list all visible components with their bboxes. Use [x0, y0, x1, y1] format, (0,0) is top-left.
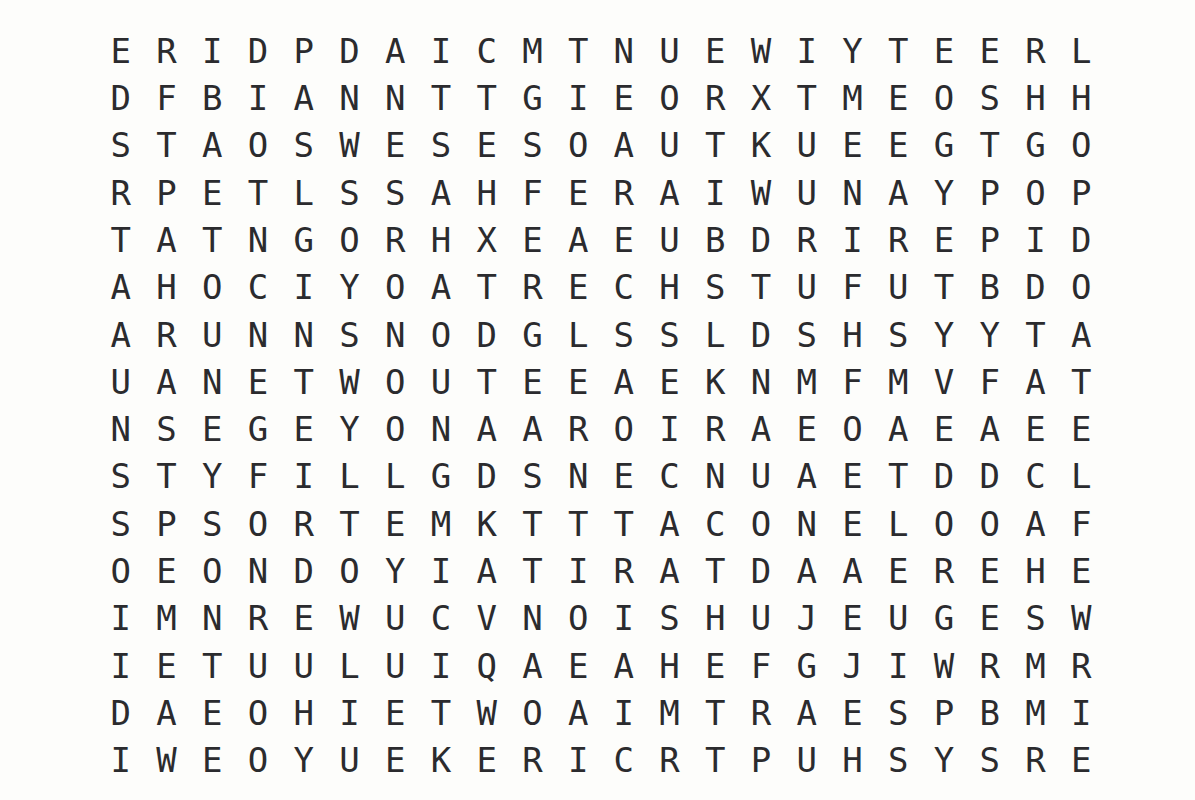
cell-r1-c1[interactable]: E [98, 27, 144, 74]
cell-r16-c11[interactable]: I [555, 737, 601, 784]
cell-r13-c3[interactable]: N [189, 595, 235, 642]
cell-r15-c3[interactable]: E [189, 689, 235, 736]
cell-r4-c12[interactable]: R [601, 169, 647, 216]
cell-r13-c21[interactable]: S [1013, 595, 1059, 642]
cell-r2-c8[interactable]: T [418, 74, 464, 121]
cell-r7-c22[interactable]: A [1058, 311, 1104, 358]
cell-r3-c9[interactable]: E [464, 122, 510, 169]
cell-r9-c16[interactable]: E [784, 406, 830, 453]
cell-r12-c18[interactable]: E [875, 547, 921, 594]
cell-r13-c6[interactable]: W [327, 595, 373, 642]
cell-r6-c2[interactable]: H [144, 264, 190, 311]
cell-r9-c11[interactable]: R [555, 406, 601, 453]
cell-r13-c22[interactable]: W [1058, 595, 1104, 642]
cell-r11-c4[interactable]: O [235, 500, 281, 547]
cell-r13-c20[interactable]: E [967, 595, 1013, 642]
cell-r12-c9[interactable]: A [464, 547, 510, 594]
cell-r5-c11[interactable]: A [555, 216, 601, 263]
cell-r16-c16[interactable]: U [784, 737, 830, 784]
cell-r3-c2[interactable]: T [144, 122, 190, 169]
cell-r16-c14[interactable]: T [692, 737, 738, 784]
cell-r2-c9[interactable]: T [464, 74, 510, 121]
cell-r3-c4[interactable]: O [235, 122, 281, 169]
cell-r2-c22[interactable]: H [1058, 74, 1104, 121]
cell-r6-c22[interactable]: O [1058, 264, 1104, 311]
cell-r5-c17[interactable]: I [830, 216, 876, 263]
cell-r14-c19[interactable]: W [921, 642, 967, 689]
cell-r11-c15[interactable]: O [738, 500, 784, 547]
cell-r6-c11[interactable]: E [555, 264, 601, 311]
cell-r2-c14[interactable]: R [692, 74, 738, 121]
cell-r11-c8[interactable]: M [418, 500, 464, 547]
cell-r16-c21[interactable]: R [1013, 737, 1059, 784]
cell-r2-c21[interactable]: H [1013, 74, 1059, 121]
cell-r8-c18[interactable]: M [875, 358, 921, 405]
cell-r8-c17[interactable]: F [830, 358, 876, 405]
cell-r11-c6[interactable]: T [327, 500, 373, 547]
cell-r2-c4[interactable]: I [235, 74, 281, 121]
cell-r12-c5[interactable]: D [281, 547, 327, 594]
cell-r4-c8[interactable]: A [418, 169, 464, 216]
cell-r12-c17[interactable]: A [830, 547, 876, 594]
cell-r15-c6[interactable]: I [327, 689, 373, 736]
cell-r2-c18[interactable]: E [875, 74, 921, 121]
cell-r13-c15[interactable]: U [738, 595, 784, 642]
cell-r2-c19[interactable]: O [921, 74, 967, 121]
cell-r10-c15[interactable]: U [738, 453, 784, 500]
cell-r1-c22[interactable]: L [1058, 27, 1104, 74]
cell-r15-c20[interactable]: B [967, 689, 1013, 736]
cell-r16-c4[interactable]: O [235, 737, 281, 784]
cell-r6-c6[interactable]: Y [327, 264, 373, 311]
cell-r6-c18[interactable]: U [875, 264, 921, 311]
cell-r14-c8[interactable]: I [418, 642, 464, 689]
cell-r3-c21[interactable]: G [1013, 122, 1059, 169]
cell-r8-c7[interactable]: O [372, 358, 418, 405]
cell-r10-c12[interactable]: E [601, 453, 647, 500]
cell-r12-c8[interactable]: I [418, 547, 464, 594]
cell-r4-c16[interactable]: U [784, 169, 830, 216]
cell-r5-c10[interactable]: E [510, 216, 556, 263]
cell-r8-c5[interactable]: T [281, 358, 327, 405]
cell-r16-c8[interactable]: K [418, 737, 464, 784]
cell-r13-c13[interactable]: S [647, 595, 693, 642]
cell-r13-c19[interactable]: G [921, 595, 967, 642]
cell-r6-c3[interactable]: O [189, 264, 235, 311]
cell-r9-c13[interactable]: I [647, 406, 693, 453]
cell-r13-c8[interactable]: C [418, 595, 464, 642]
cell-r3-c5[interactable]: S [281, 122, 327, 169]
cell-r6-c15[interactable]: T [738, 264, 784, 311]
cell-r12-c6[interactable]: O [327, 547, 373, 594]
cell-r10-c20[interactable]: D [967, 453, 1013, 500]
cell-r11-c11[interactable]: T [555, 500, 601, 547]
cell-r15-c19[interactable]: P [921, 689, 967, 736]
cell-r16-c12[interactable]: C [601, 737, 647, 784]
cell-r6-c4[interactable]: C [235, 264, 281, 311]
cell-r8-c14[interactable]: K [692, 358, 738, 405]
cell-r3-c8[interactable]: S [418, 122, 464, 169]
cell-r3-c16[interactable]: U [784, 122, 830, 169]
cell-r7-c6[interactable]: S [327, 311, 373, 358]
cell-r14-c12[interactable]: A [601, 642, 647, 689]
cell-r7-c16[interactable]: S [784, 311, 830, 358]
cell-r3-c18[interactable]: E [875, 122, 921, 169]
cell-r14-c9[interactable]: Q [464, 642, 510, 689]
cell-r15-c21[interactable]: M [1013, 689, 1059, 736]
cell-r10-c19[interactable]: D [921, 453, 967, 500]
cell-r2-c15[interactable]: X [738, 74, 784, 121]
cell-r13-c9[interactable]: V [464, 595, 510, 642]
cell-r1-c16[interactable]: I [784, 27, 830, 74]
cell-r13-c4[interactable]: R [235, 595, 281, 642]
cell-r7-c14[interactable]: L [692, 311, 738, 358]
cell-r13-c17[interactable]: E [830, 595, 876, 642]
cell-r15-c12[interactable]: I [601, 689, 647, 736]
cell-r11-c2[interactable]: P [144, 500, 190, 547]
cell-r6-c20[interactable]: B [967, 264, 1013, 311]
cell-r4-c13[interactable]: A [647, 169, 693, 216]
cell-r7-c18[interactable]: S [875, 311, 921, 358]
cell-r16-c2[interactable]: W [144, 737, 190, 784]
cell-r16-c22[interactable]: E [1058, 737, 1104, 784]
cell-r3-c11[interactable]: O [555, 122, 601, 169]
cell-r11-c19[interactable]: O [921, 500, 967, 547]
cell-r4-c10[interactable]: F [510, 169, 556, 216]
cell-r13-c11[interactable]: O [555, 595, 601, 642]
cell-r14-c18[interactable]: I [875, 642, 921, 689]
cell-r13-c12[interactable]: I [601, 595, 647, 642]
cell-r12-c22[interactable]: E [1058, 547, 1104, 594]
cell-r10-c7[interactable]: L [372, 453, 418, 500]
cell-r1-c9[interactable]: C [464, 27, 510, 74]
cell-r16-c7[interactable]: E [372, 737, 418, 784]
cell-r14-c1[interactable]: I [98, 642, 144, 689]
cell-r13-c2[interactable]: M [144, 595, 190, 642]
cell-r4-c21[interactable]: O [1013, 169, 1059, 216]
cell-r11-c18[interactable]: L [875, 500, 921, 547]
cell-r16-c1[interactable]: I [98, 737, 144, 784]
cell-r1-c10[interactable]: M [510, 27, 556, 74]
cell-r12-c4[interactable]: N [235, 547, 281, 594]
cell-r9-c8[interactable]: N [418, 406, 464, 453]
cell-r14-c17[interactable]: J [830, 642, 876, 689]
cell-r6-c16[interactable]: U [784, 264, 830, 311]
cell-r3-c12[interactable]: A [601, 122, 647, 169]
cell-r6-c21[interactable]: D [1013, 264, 1059, 311]
cell-r11-c16[interactable]: N [784, 500, 830, 547]
cell-r11-c9[interactable]: K [464, 500, 510, 547]
cell-r5-c18[interactable]: R [875, 216, 921, 263]
cell-r15-c2[interactable]: A [144, 689, 190, 736]
cell-r10-c10[interactable]: S [510, 453, 556, 500]
cell-r12-c3[interactable]: O [189, 547, 235, 594]
cell-r2-c6[interactable]: N [327, 74, 373, 121]
cell-r12-c13[interactable]: A [647, 547, 693, 594]
cell-r5-c12[interactable]: E [601, 216, 647, 263]
cell-r4-c2[interactable]: P [144, 169, 190, 216]
cell-r5-c20[interactable]: P [967, 216, 1013, 263]
cell-r10-c8[interactable]: G [418, 453, 464, 500]
cell-r14-c2[interactable]: E [144, 642, 190, 689]
cell-r3-c3[interactable]: A [189, 122, 235, 169]
cell-r5-c16[interactable]: R [784, 216, 830, 263]
cell-r4-c3[interactable]: E [189, 169, 235, 216]
cell-r3-c17[interactable]: E [830, 122, 876, 169]
cell-r3-c22[interactable]: O [1058, 122, 1104, 169]
cell-r11-c10[interactable]: T [510, 500, 556, 547]
cell-r9-c4[interactable]: G [235, 406, 281, 453]
cell-r7-c7[interactable]: N [372, 311, 418, 358]
cell-r4-c22[interactable]: P [1058, 169, 1104, 216]
cell-r6-c8[interactable]: A [418, 264, 464, 311]
cell-r11-c7[interactable]: E [372, 500, 418, 547]
cell-r5-c9[interactable]: X [464, 216, 510, 263]
cell-r8-c11[interactable]: E [555, 358, 601, 405]
cell-r9-c6[interactable]: Y [327, 406, 373, 453]
cell-r9-c2[interactable]: S [144, 406, 190, 453]
cell-r16-c17[interactable]: H [830, 737, 876, 784]
cell-r9-c19[interactable]: E [921, 406, 967, 453]
cell-r1-c6[interactable]: D [327, 27, 373, 74]
cell-r10-c6[interactable]: L [327, 453, 373, 500]
cell-r11-c21[interactable]: A [1013, 500, 1059, 547]
cell-r12-c10[interactable]: T [510, 547, 556, 594]
cell-r8-c9[interactable]: T [464, 358, 510, 405]
cell-r9-c1[interactable]: N [98, 406, 144, 453]
cell-r14-c7[interactable]: U [372, 642, 418, 689]
cell-r5-c6[interactable]: O [327, 216, 373, 263]
cell-r12-c1[interactable]: O [98, 547, 144, 594]
cell-r13-c14[interactable]: H [692, 595, 738, 642]
cell-r16-c20[interactable]: S [967, 737, 1013, 784]
cell-r15-c22[interactable]: I [1058, 689, 1104, 736]
cell-r16-c6[interactable]: U [327, 737, 373, 784]
cell-r7-c9[interactable]: D [464, 311, 510, 358]
cell-r1-c14[interactable]: E [692, 27, 738, 74]
cell-r8-c1[interactable]: U [98, 358, 144, 405]
cell-r7-c8[interactable]: O [418, 311, 464, 358]
cell-r15-c7[interactable]: E [372, 689, 418, 736]
cell-r3-c1[interactable]: S [98, 122, 144, 169]
cell-r12-c21[interactable]: H [1013, 547, 1059, 594]
cell-r5-c15[interactable]: D [738, 216, 784, 263]
cell-r11-c12[interactable]: T [601, 500, 647, 547]
cell-r6-c7[interactable]: O [372, 264, 418, 311]
cell-r1-c18[interactable]: T [875, 27, 921, 74]
cell-r9-c5[interactable]: E [281, 406, 327, 453]
cell-r9-c18[interactable]: A [875, 406, 921, 453]
cell-r1-c11[interactable]: T [555, 27, 601, 74]
cell-r14-c6[interactable]: L [327, 642, 373, 689]
cell-r15-c1[interactable]: D [98, 689, 144, 736]
cell-r3-c6[interactable]: W [327, 122, 373, 169]
cell-r10-c22[interactable]: L [1058, 453, 1104, 500]
cell-r15-c5[interactable]: H [281, 689, 327, 736]
cell-r4-c20[interactable]: P [967, 169, 1013, 216]
cell-r8-c16[interactable]: M [784, 358, 830, 405]
cell-r14-c4[interactable]: U [235, 642, 281, 689]
cell-r10-c13[interactable]: C [647, 453, 693, 500]
cell-r5-c19[interactable]: E [921, 216, 967, 263]
cell-r12-c7[interactable]: Y [372, 547, 418, 594]
cell-r1-c3[interactable]: I [189, 27, 235, 74]
cell-r3-c7[interactable]: E [372, 122, 418, 169]
cell-r11-c1[interactable]: S [98, 500, 144, 547]
cell-r2-c13[interactable]: O [647, 74, 693, 121]
cell-r5-c21[interactable]: I [1013, 216, 1059, 263]
cell-r9-c14[interactable]: R [692, 406, 738, 453]
cell-r13-c7[interactable]: U [372, 595, 418, 642]
cell-r14-c16[interactable]: G [784, 642, 830, 689]
cell-r7-c17[interactable]: H [830, 311, 876, 358]
cell-r3-c19[interactable]: G [921, 122, 967, 169]
cell-r12-c20[interactable]: E [967, 547, 1013, 594]
cell-r8-c3[interactable]: N [189, 358, 235, 405]
cell-r8-c15[interactable]: N [738, 358, 784, 405]
cell-r12-c16[interactable]: A [784, 547, 830, 594]
cell-r2-c17[interactable]: M [830, 74, 876, 121]
cell-r11-c3[interactable]: S [189, 500, 235, 547]
cell-r12-c19[interactable]: R [921, 547, 967, 594]
cell-r7-c20[interactable]: Y [967, 311, 1013, 358]
cell-r5-c1[interactable]: T [98, 216, 144, 263]
cell-r5-c2[interactable]: A [144, 216, 190, 263]
cell-r5-c13[interactable]: U [647, 216, 693, 263]
cell-r8-c13[interactable]: E [647, 358, 693, 405]
cell-r14-c14[interactable]: E [692, 642, 738, 689]
cell-r2-c16[interactable]: T [784, 74, 830, 121]
cell-r2-c1[interactable]: D [98, 74, 144, 121]
cell-r1-c20[interactable]: E [967, 27, 1013, 74]
cell-r7-c19[interactable]: Y [921, 311, 967, 358]
cell-r8-c21[interactable]: A [1013, 358, 1059, 405]
cell-r10-c4[interactable]: F [235, 453, 281, 500]
cell-r4-c9[interactable]: H [464, 169, 510, 216]
cell-r9-c9[interactable]: A [464, 406, 510, 453]
cell-r3-c10[interactable]: S [510, 122, 556, 169]
cell-r7-c3[interactable]: U [189, 311, 235, 358]
cell-r10-c1[interactable]: S [98, 453, 144, 500]
cell-r14-c13[interactable]: H [647, 642, 693, 689]
cell-r4-c7[interactable]: S [372, 169, 418, 216]
cell-r13-c16[interactable]: J [784, 595, 830, 642]
cell-r6-c14[interactable]: S [692, 264, 738, 311]
cell-r4-c14[interactable]: I [692, 169, 738, 216]
cell-r1-c15[interactable]: W [738, 27, 784, 74]
cell-r9-c20[interactable]: A [967, 406, 1013, 453]
cell-r14-c20[interactable]: R [967, 642, 1013, 689]
cell-r7-c15[interactable]: D [738, 311, 784, 358]
cell-r1-c5[interactable]: P [281, 27, 327, 74]
cell-r16-c9[interactable]: E [464, 737, 510, 784]
cell-r16-c5[interactable]: Y [281, 737, 327, 784]
cell-r8-c22[interactable]: T [1058, 358, 1104, 405]
cell-r7-c11[interactable]: L [555, 311, 601, 358]
cell-r2-c11[interactable]: I [555, 74, 601, 121]
cell-r16-c13[interactable]: R [647, 737, 693, 784]
cell-r6-c10[interactable]: R [510, 264, 556, 311]
cell-r10-c21[interactable]: C [1013, 453, 1059, 500]
cell-r2-c2[interactable]: F [144, 74, 190, 121]
cell-r1-c2[interactable]: R [144, 27, 190, 74]
cell-r2-c10[interactable]: G [510, 74, 556, 121]
cell-r5-c7[interactable]: R [372, 216, 418, 263]
cell-r15-c4[interactable]: O [235, 689, 281, 736]
cell-r11-c17[interactable]: E [830, 500, 876, 547]
cell-r8-c19[interactable]: V [921, 358, 967, 405]
cell-r4-c4[interactable]: T [235, 169, 281, 216]
cell-r1-c4[interactable]: D [235, 27, 281, 74]
cell-r6-c9[interactable]: T [464, 264, 510, 311]
cell-r16-c3[interactable]: E [189, 737, 235, 784]
cell-r2-c20[interactable]: S [967, 74, 1013, 121]
cell-r5-c22[interactable]: D [1058, 216, 1104, 263]
cell-r4-c5[interactable]: L [281, 169, 327, 216]
cell-r1-c13[interactable]: U [647, 27, 693, 74]
cell-r7-c12[interactable]: S [601, 311, 647, 358]
cell-r12-c15[interactable]: D [738, 547, 784, 594]
cell-r10-c3[interactable]: Y [189, 453, 235, 500]
cell-r7-c4[interactable]: N [235, 311, 281, 358]
cell-r3-c15[interactable]: K [738, 122, 784, 169]
cell-r2-c7[interactable]: N [372, 74, 418, 121]
cell-r7-c10[interactable]: G [510, 311, 556, 358]
cell-r13-c1[interactable]: I [98, 595, 144, 642]
cell-r9-c7[interactable]: O [372, 406, 418, 453]
cell-r11-c14[interactable]: C [692, 500, 738, 547]
cell-r14-c5[interactable]: U [281, 642, 327, 689]
cell-r14-c15[interactable]: F [738, 642, 784, 689]
cell-r16-c18[interactable]: S [875, 737, 921, 784]
cell-r1-c7[interactable]: A [372, 27, 418, 74]
cell-r15-c17[interactable]: E [830, 689, 876, 736]
cell-r12-c12[interactable]: R [601, 547, 647, 594]
cell-r2-c3[interactable]: B [189, 74, 235, 121]
cell-r3-c13[interactable]: U [647, 122, 693, 169]
cell-r1-c21[interactable]: R [1013, 27, 1059, 74]
cell-r11-c5[interactable]: R [281, 500, 327, 547]
cell-r7-c5[interactable]: N [281, 311, 327, 358]
cell-r15-c16[interactable]: A [784, 689, 830, 736]
cell-r5-c8[interactable]: H [418, 216, 464, 263]
cell-r6-c17[interactable]: F [830, 264, 876, 311]
cell-r6-c5[interactable]: I [281, 264, 327, 311]
cell-r14-c10[interactable]: A [510, 642, 556, 689]
cell-r9-c10[interactable]: A [510, 406, 556, 453]
cell-r9-c22[interactable]: E [1058, 406, 1104, 453]
cell-r15-c10[interactable]: O [510, 689, 556, 736]
cell-r15-c15[interactable]: R [738, 689, 784, 736]
cell-r8-c20[interactable]: F [967, 358, 1013, 405]
cell-r10-c5[interactable]: I [281, 453, 327, 500]
cell-r10-c17[interactable]: E [830, 453, 876, 500]
cell-r4-c6[interactable]: S [327, 169, 373, 216]
cell-r4-c15[interactable]: W [738, 169, 784, 216]
cell-r6-c1[interactable]: A [98, 264, 144, 311]
cell-r9-c12[interactable]: O [601, 406, 647, 453]
cell-r15-c8[interactable]: T [418, 689, 464, 736]
cell-r4-c19[interactable]: Y [921, 169, 967, 216]
cell-r16-c15[interactable]: P [738, 737, 784, 784]
cell-r10-c18[interactable]: T [875, 453, 921, 500]
cell-r5-c4[interactable]: N [235, 216, 281, 263]
cell-r5-c14[interactable]: B [692, 216, 738, 263]
cell-r6-c12[interactable]: C [601, 264, 647, 311]
cell-r15-c9[interactable]: W [464, 689, 510, 736]
cell-r8-c6[interactable]: W [327, 358, 373, 405]
cell-r1-c17[interactable]: Y [830, 27, 876, 74]
